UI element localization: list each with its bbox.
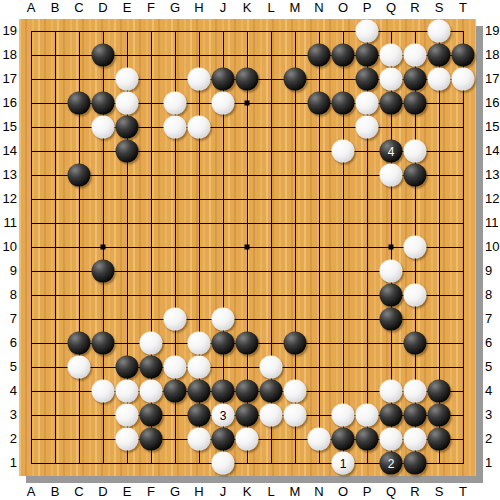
stone-black-r3[interactable] [404,404,427,427]
stone-white-s19[interactable] [428,20,451,43]
stone-white-e4[interactable] [116,380,139,403]
stone-black-s4[interactable] [428,380,451,403]
stone-black-r16[interactable] [404,92,427,115]
stone-black-c13[interactable] [68,164,91,187]
stone-black-j6[interactable] [212,332,235,355]
row-label-right-14: 14 [485,144,500,158]
row-label-right-10: 10 [485,240,500,254]
stone-white-c5[interactable] [68,356,91,379]
row-label-left-3: 3 [0,408,17,422]
star-point-q10 [389,245,394,250]
stone-black-s3[interactable] [428,404,451,427]
stone-white-p16[interactable] [356,92,379,115]
col-label-bottom-n: N [309,485,329,499]
stone-black-s18[interactable] [428,44,451,67]
stone-black-r6[interactable] [404,332,427,355]
row-label-right-17: 17 [485,72,500,86]
col-label-top-s: S [429,1,449,15]
stone-black-h4[interactable] [188,380,211,403]
move-number-label: 2 [388,457,395,469]
row-label-left-2: 2 [0,432,17,446]
stone-white-h2[interactable] [188,428,211,451]
row-label-left-8: 8 [0,288,17,302]
row-label-right-2: 2 [485,432,500,446]
row-label-left-5: 5 [0,360,17,374]
stone-black-q3[interactable] [380,404,403,427]
stone-white-q13[interactable] [380,164,403,187]
stone-white-o14[interactable] [332,140,355,163]
col-label-top-f: F [141,1,161,15]
stone-black-m17[interactable] [284,68,307,91]
row-label-left-14: 14 [0,144,17,158]
row-label-left-10: 10 [0,240,17,254]
stone-black-f2[interactable] [140,428,163,451]
stone-white-e17[interactable] [116,68,139,91]
col-label-top-r: R [405,1,425,15]
row-label-left-7: 7 [0,312,17,326]
row-label-left-17: 17 [0,72,17,86]
stone-black-d9[interactable] [92,260,115,283]
stone-white-j16[interactable] [212,92,235,115]
stone-white-p19[interactable] [356,20,379,43]
stone-black-t18[interactable] [452,44,475,67]
row-label-right-18: 18 [485,48,500,62]
row-label-left-13: 13 [0,168,17,182]
col-label-top-q: Q [381,1,401,15]
row-label-right-1: 1 [485,456,500,470]
col-label-top-k: K [237,1,257,15]
stone-black-q7[interactable] [380,308,403,331]
stone-white-h5[interactable] [188,356,211,379]
stone-black-d18[interactable] [92,44,115,67]
row-label-right-19: 19 [485,24,500,38]
col-label-bottom-f: F [141,485,161,499]
stone-white-m4[interactable] [284,380,307,403]
row-label-left-19: 19 [0,24,17,38]
col-label-top-e: E [117,1,137,15]
col-label-top-a: A [21,1,41,15]
row-label-left-9: 9 [0,264,17,278]
stone-white-h17[interactable] [188,68,211,91]
col-label-bottom-g: G [165,485,185,499]
stone-black-j2[interactable] [212,428,235,451]
stone-white-k2[interactable] [236,428,259,451]
row-label-left-18: 18 [0,48,17,62]
stone-white-h6[interactable] [188,332,211,355]
stone-black-s2[interactable] [428,428,451,451]
board-grid[interactable]: 4312 [31,31,464,464]
stone-white-d15[interactable] [92,116,115,139]
stone-white-r18[interactable] [404,44,427,67]
stone-black-d16[interactable] [92,92,115,115]
col-label-top-p: P [357,1,377,15]
col-label-bottom-h: H [189,485,209,499]
col-label-top-j: J [213,1,233,15]
stone-white-r2[interactable] [404,428,427,451]
stone-black-d6[interactable] [92,332,115,355]
stone-white-j3[interactable]: 3 [212,404,235,427]
col-label-bottom-d: D [93,485,113,499]
stone-white-n2[interactable] [308,428,331,451]
stone-black-c16[interactable] [68,92,91,115]
row-label-right-4: 4 [485,384,500,398]
col-label-bottom-m: M [285,485,305,499]
row-label-left-12: 12 [0,192,17,206]
col-label-top-g: G [165,1,185,15]
stone-black-e14[interactable] [116,140,139,163]
stone-black-m6[interactable] [284,332,307,355]
stone-black-q14[interactable]: 4 [380,140,403,163]
stone-black-q16[interactable] [380,92,403,115]
row-label-left-16: 16 [0,96,17,110]
stone-white-q9[interactable] [380,260,403,283]
stone-white-d4[interactable] [92,380,115,403]
stone-white-m3[interactable] [284,404,307,427]
stone-black-l4[interactable] [260,380,283,403]
stone-black-r1[interactable] [404,452,427,475]
stone-black-e5[interactable] [116,356,139,379]
stone-black-k17[interactable] [236,68,259,91]
stone-black-o16[interactable] [332,92,355,115]
col-label-top-o: O [333,1,353,15]
stone-white-f4[interactable] [140,380,163,403]
row-label-right-15: 15 [485,120,500,134]
row-label-right-8: 8 [485,288,500,302]
move-number-label: 4 [388,145,395,157]
stone-black-n16[interactable] [308,92,331,115]
stone-white-q4[interactable] [380,380,403,403]
stone-white-h15[interactable] [188,116,211,139]
stone-black-o2[interactable] [332,428,355,451]
col-label-bottom-j: J [213,485,233,499]
go-app-window: 4312 AABBCCDDEEFFGGHHJJKKLLMMNNOOPPQQRRS… [0,0,500,500]
stone-black-e15[interactable] [116,116,139,139]
stone-white-l3[interactable] [260,404,283,427]
col-label-bottom-e: E [117,485,137,499]
stone-black-h3[interactable] [188,404,211,427]
stone-black-o18[interactable] [332,44,355,67]
row-label-right-7: 7 [485,312,500,326]
row-label-right-6: 6 [485,336,500,350]
stone-white-g7[interactable] [164,308,187,331]
stone-black-k6[interactable] [236,332,259,355]
stone-white-q2[interactable] [380,428,403,451]
stone-white-g16[interactable] [164,92,187,115]
go-board[interactable]: 4312 [19,19,476,476]
stone-white-q18[interactable] [380,44,403,67]
row-label-right-12: 12 [485,192,500,206]
stone-white-g5[interactable] [164,356,187,379]
col-label-bottom-k: K [237,485,257,499]
stone-white-l5[interactable] [260,356,283,379]
stone-white-s17[interactable] [428,68,451,91]
col-label-bottom-q: Q [381,485,401,499]
stone-white-e2[interactable] [116,428,139,451]
stone-white-g15[interactable] [164,116,187,139]
stone-white-r8[interactable] [404,284,427,307]
stone-black-p17[interactable] [356,68,379,91]
row-label-right-3: 3 [485,408,500,422]
stone-white-e3[interactable] [116,404,139,427]
stone-white-o1[interactable]: 1 [332,452,355,475]
col-label-top-c: C [69,1,89,15]
stone-black-j4[interactable] [212,380,235,403]
stone-black-k3[interactable] [236,404,259,427]
star-point-k10 [245,245,250,250]
stone-black-p2[interactable] [356,428,379,451]
row-label-right-5: 5 [485,360,500,374]
stone-white-o3[interactable] [332,404,355,427]
star-point-k16 [245,101,250,106]
stone-white-f6[interactable] [140,332,163,355]
stone-black-q1[interactable]: 2 [380,452,403,475]
row-label-left-6: 6 [0,336,17,350]
row-label-left-11: 11 [0,216,17,230]
stone-white-e16[interactable] [116,92,139,115]
row-label-right-11: 11 [485,216,500,230]
col-label-bottom-s: S [429,485,449,499]
col-label-top-m: M [285,1,305,15]
stone-black-j17[interactable] [212,68,235,91]
stone-white-p3[interactable] [356,404,379,427]
row-label-left-4: 4 [0,384,17,398]
stone-white-t17[interactable] [452,68,475,91]
col-label-bottom-p: P [357,485,377,499]
col-label-top-b: B [45,1,65,15]
col-label-bottom-r: R [405,485,425,499]
row-label-right-13: 13 [485,168,500,182]
row-label-right-9: 9 [485,264,500,278]
col-label-top-n: N [309,1,329,15]
stone-white-q17[interactable] [380,68,403,91]
stone-black-k4[interactable] [236,380,259,403]
row-label-left-1: 1 [0,456,17,470]
col-label-bottom-c: C [69,485,89,499]
col-label-bottom-l: L [261,485,281,499]
stone-black-n18[interactable] [308,44,331,67]
col-label-bottom-t: T [453,485,473,499]
star-point-d10 [101,245,106,250]
stone-white-r14[interactable] [404,140,427,163]
row-label-left-15: 15 [0,120,17,134]
stone-white-j1[interactable] [212,452,235,475]
stone-black-g4[interactable] [164,380,187,403]
stone-black-p18[interactable] [356,44,379,67]
stone-black-c6[interactable] [68,332,91,355]
col-label-bottom-b: B [45,485,65,499]
stone-black-q8[interactable] [380,284,403,307]
stone-white-p15[interactable] [356,116,379,139]
stone-white-r4[interactable] [404,380,427,403]
col-label-top-t: T [453,1,473,15]
col-label-top-h: H [189,1,209,15]
stone-white-r10[interactable] [404,236,427,259]
stone-black-r13[interactable] [404,164,427,187]
stone-black-f5[interactable] [140,356,163,379]
row-label-right-16: 16 [485,96,500,110]
col-label-bottom-o: O [333,485,353,499]
col-label-top-l: L [261,1,281,15]
col-label-bottom-a: A [21,485,41,499]
stone-black-r17[interactable] [404,68,427,91]
move-number-label: 3 [220,409,227,421]
stone-white-j7[interactable] [212,308,235,331]
col-label-top-d: D [93,1,113,15]
stone-black-f3[interactable] [140,404,163,427]
move-number-label: 1 [340,457,347,469]
